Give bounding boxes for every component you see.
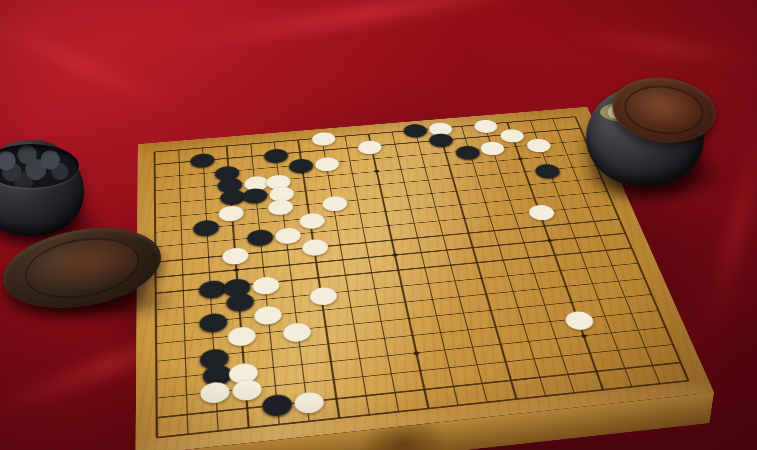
grid-line-vertical bbox=[484, 124, 575, 393]
white-stone: ● bbox=[299, 234, 331, 258]
grid-line-vertical bbox=[298, 140, 340, 418]
star-point bbox=[374, 170, 379, 173]
black-stone: ● bbox=[197, 342, 231, 370]
black-stone: ● bbox=[530, 160, 564, 181]
star-point bbox=[547, 239, 553, 242]
black-stone: ● bbox=[197, 308, 230, 335]
white-stone: ● bbox=[280, 317, 315, 344]
white-stone: ● bbox=[522, 134, 555, 154]
white-stone: ● bbox=[309, 128, 338, 147]
velvet-fold bbox=[151, 0, 578, 56]
black-stone: ● bbox=[197, 275, 229, 300]
black-stone: ● bbox=[221, 273, 253, 298]
white-stone: ● bbox=[523, 200, 558, 222]
velvet-fold bbox=[560, 26, 757, 66]
white-bowl-lid-ring bbox=[622, 81, 706, 139]
white-stone: ● bbox=[220, 242, 251, 266]
grid-line-vertical bbox=[368, 134, 429, 409]
white-stone: ● bbox=[354, 136, 384, 156]
grid-line-vertical bbox=[345, 136, 400, 412]
white-stone: ● bbox=[251, 300, 285, 326]
white-stone: ● bbox=[226, 357, 261, 386]
grid-line-horizontal bbox=[157, 344, 674, 399]
grid-line-vertical bbox=[438, 128, 517, 399]
star-point bbox=[413, 351, 419, 355]
white-stone: ● bbox=[250, 271, 283, 296]
white-stone: ● bbox=[312, 153, 342, 173]
white-stone: ● bbox=[198, 375, 233, 405]
go-game-photo: ●●●●●●●●●●●●●●●●●●●●●●●●●●●●●●●●●●●●●●●●… bbox=[0, 0, 757, 450]
grid-line-horizontal bbox=[156, 263, 638, 311]
white-stone: ● bbox=[225, 321, 259, 348]
black-stone: ● bbox=[191, 215, 221, 238]
white-stone: ● bbox=[559, 305, 598, 332]
black-stone: ● bbox=[259, 388, 295, 419]
star-point bbox=[518, 157, 523, 160]
grid-line-horizontal bbox=[156, 310, 658, 362]
white-stone: ● bbox=[306, 282, 340, 308]
star-point bbox=[234, 268, 239, 272]
white-stone: ● bbox=[265, 195, 296, 217]
white-stone: ● bbox=[229, 373, 264, 403]
velvet-fold bbox=[0, 9, 183, 115]
grid-line-horizontal bbox=[156, 294, 652, 344]
grid-line-vertical bbox=[321, 138, 370, 415]
star-point bbox=[580, 334, 587, 338]
black-stone-bowl bbox=[0, 140, 84, 236]
black-stone: ● bbox=[224, 288, 257, 314]
grid-line-horizontal bbox=[156, 278, 645, 327]
grid-line-vertical bbox=[178, 150, 188, 434]
black-stones-in-bowl bbox=[0, 144, 79, 188]
black-stone: ● bbox=[200, 358, 234, 387]
star-point bbox=[241, 368, 247, 372]
grid-line-horizontal bbox=[156, 327, 665, 380]
white-stone: ● bbox=[476, 137, 508, 157]
star-point bbox=[392, 253, 398, 257]
white-stone: ● bbox=[291, 385, 328, 415]
